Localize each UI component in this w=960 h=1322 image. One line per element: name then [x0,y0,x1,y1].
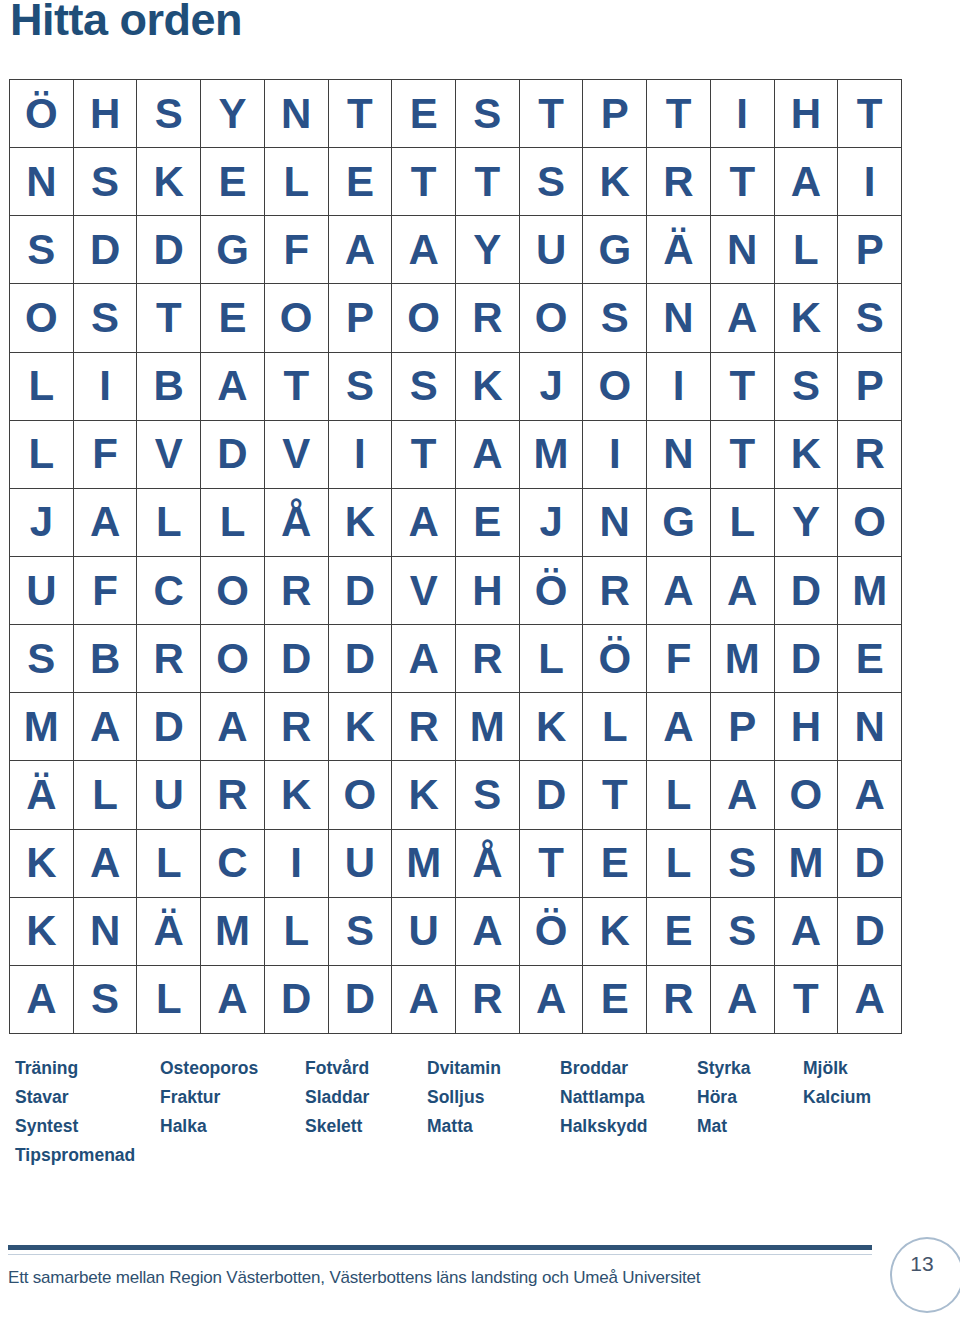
grid-cell: R [264,692,328,760]
grid-cell: P [837,215,901,283]
grid-cell: A [9,965,73,1033]
document-page: Hitta orden ÖHSYNTESTPTIHTNSKELETTSKRTAI… [0,0,960,1322]
word-list-column: TräningStavarSyntestTipspromenad [15,1054,135,1170]
grid-cell: D [73,215,137,283]
word-item: Sladdar [305,1083,369,1112]
grid-cell: S [136,79,200,147]
word-item: Mjölk [803,1054,871,1083]
grid-cell: J [519,352,583,420]
grid-cell: D [774,624,838,692]
grid-cell: T [264,352,328,420]
grid-cell: R [582,556,646,624]
grid-cell: G [582,215,646,283]
grid-cell: K [519,692,583,760]
grid-cell: G [646,488,710,556]
footer-divider-thin [8,1254,872,1255]
grid-cell: D [774,556,838,624]
grid-cell: V [136,420,200,488]
grid-cell: A [391,965,455,1033]
grid-cell: T [710,352,774,420]
word-item: Stavar [15,1083,135,1112]
word-list: TräningStavarSyntestTipspromenadOsteopor… [0,1054,960,1204]
grid-cell: L [136,965,200,1033]
grid-cell: Å [264,488,328,556]
grid-cell: S [582,283,646,351]
grid-cell: B [73,624,137,692]
grid-cell: R [455,283,519,351]
grid-cell: I [646,352,710,420]
word-list-column: StyrkaHöraMat [697,1054,751,1141]
page-title: Hitta orden [10,0,242,46]
grid-cell: S [710,897,774,965]
grid-cell: S [73,147,137,215]
grid-cell: M [200,897,264,965]
grid-cell: N [73,897,137,965]
grid-cell: A [646,692,710,760]
grid-cell: E [837,624,901,692]
word-list-column: DvitaminSolljusMatta [427,1054,501,1141]
grid-cell: T [519,79,583,147]
grid-cell: A [646,556,710,624]
grid-cell: U [391,897,455,965]
word-item: Träning [15,1054,135,1083]
grid-cell: S [73,965,137,1033]
grid-cell: L [264,147,328,215]
grid-cell: D [264,965,328,1033]
grid-cell: M [391,829,455,897]
grid-cell: R [455,624,519,692]
grid-cell: E [328,147,392,215]
grid-cell: U [519,215,583,283]
grid-cell: N [837,692,901,760]
grid-cell: L [200,488,264,556]
word-item: Höra [697,1083,751,1112]
grid-cell: F [646,624,710,692]
grid-cell: S [9,215,73,283]
grid-cell: L [710,488,774,556]
grid-cell: D [136,215,200,283]
grid-cell: D [328,965,392,1033]
grid-cell: Ä [136,897,200,965]
grid-cell: A [391,624,455,692]
grid-cell: K [9,897,73,965]
grid-cell: M [774,829,838,897]
grid-cell: M [455,692,519,760]
grid-cell: T [582,760,646,828]
grid-cell: D [328,556,392,624]
grid-cell: Ä [9,760,73,828]
word-item: Solljus [427,1083,501,1112]
grid-cell: O [200,624,264,692]
footer-divider [8,1245,872,1250]
grid-cell: A [455,897,519,965]
grid-cell: U [136,760,200,828]
grid-cell: J [9,488,73,556]
grid-cell: N [710,215,774,283]
grid-cell: K [582,897,646,965]
grid-cell: A [73,829,137,897]
grid-cell: S [391,352,455,420]
grid-cell: L [646,829,710,897]
grid-cell: G [200,215,264,283]
grid-cell: O [774,760,838,828]
grid-cell: D [264,624,328,692]
grid-cell: A [710,760,774,828]
grid-cell: H [455,556,519,624]
word-item: Osteoporos [160,1054,258,1083]
word-item: Syntest [15,1112,135,1141]
word-item: Dvitamin [427,1054,501,1083]
grid-cell: K [391,760,455,828]
grid-cell: P [710,692,774,760]
grid-cell: A [391,215,455,283]
word-list-column: FotvårdSladdarSkelett [305,1054,369,1141]
grid-cell: N [646,420,710,488]
word-item: Matta [427,1112,501,1141]
grid-cell: V [264,420,328,488]
grid-cell: H [774,79,838,147]
grid-cell: O [328,760,392,828]
grid-cell: R [646,965,710,1033]
grid-cell: S [455,79,519,147]
grid-cell: L [9,352,73,420]
grid-cell: L [646,760,710,828]
grid-cell: S [519,147,583,215]
grid-cell: D [837,829,901,897]
grid-cell: R [455,965,519,1033]
grid-cell: U [9,556,73,624]
grid-cell: B [136,352,200,420]
grid-cell: O [200,556,264,624]
grid-cell: Ä [646,215,710,283]
grid-cell: A [455,420,519,488]
grid-cell: R [391,692,455,760]
grid-cell: K [774,283,838,351]
grid-cell: L [9,420,73,488]
word-list-column: BroddarNattlampaHalkskydd [560,1054,648,1141]
grid-cell: E [646,897,710,965]
grid-cell: T [391,420,455,488]
word-list-column: OsteoporosFrakturHalka [160,1054,258,1141]
grid-cell: S [73,283,137,351]
grid-cell: R [264,556,328,624]
grid-cell: M [519,420,583,488]
grid-cell: A [328,215,392,283]
grid-cell: T [136,283,200,351]
grid-cell: Ö [582,624,646,692]
grid-cell: O [582,352,646,420]
grid-cell: K [328,692,392,760]
grid-cell: S [328,352,392,420]
grid-cell: T [710,147,774,215]
grid-cell: S [837,283,901,351]
word-item: Nattlampa [560,1083,648,1112]
grid-cell: D [837,897,901,965]
grid-cell: H [73,79,137,147]
grid-cell: E [200,147,264,215]
grid-cell: A [710,283,774,351]
grid-cell: A [73,488,137,556]
word-item: Skelett [305,1112,369,1141]
word-item: Fotvård [305,1054,369,1083]
grid-cell: T [455,147,519,215]
grid-cell: A [200,692,264,760]
grid-cell: N [582,488,646,556]
grid-cell: T [646,79,710,147]
word-item: Mat [697,1112,751,1141]
grid-cell: A [837,965,901,1033]
grid-cell: Y [200,79,264,147]
grid-cell: C [136,556,200,624]
grid-cell: R [136,624,200,692]
grid-cell: R [646,147,710,215]
grid-cell: R [837,420,901,488]
word-item: Halkskydd [560,1112,648,1141]
grid-cell: S [9,624,73,692]
word-item: Fraktur [160,1083,258,1112]
grid-cell: E [200,283,264,351]
grid-cell: O [519,283,583,351]
grid-cell: E [391,79,455,147]
grid-cell: K [774,420,838,488]
grid-cell: P [328,283,392,351]
grid-cell: L [582,692,646,760]
grid-cell: O [264,283,328,351]
grid-cell: S [774,352,838,420]
grid-cell: A [774,897,838,965]
page-number-badge: 13 [890,1237,960,1313]
grid-cell: K [264,760,328,828]
grid-cell: S [328,897,392,965]
grid-cell: S [710,829,774,897]
grid-cell: I [710,79,774,147]
grid-cell: E [582,829,646,897]
grid-cell: O [837,488,901,556]
grid-cell: A [391,488,455,556]
grid-cell: C [200,829,264,897]
word-item: Tipspromenad [15,1141,135,1170]
grid-cell: D [519,760,583,828]
grid-cell: A [200,965,264,1033]
word-item: Broddar [560,1054,648,1083]
grid-cell: K [582,147,646,215]
word-search-grid: ÖHSYNTESTPTIHTNSKELETTSKRTAISDDGFAAYUGÄN… [9,79,902,1034]
grid-cell: I [582,420,646,488]
grid-cell: I [328,420,392,488]
grid-cell: R [200,760,264,828]
grid-cell: E [582,965,646,1033]
grid-cell: N [646,283,710,351]
grid-cell: F [73,556,137,624]
grid-cell: T [710,420,774,488]
grid-cell: J [519,488,583,556]
grid-cell: K [136,147,200,215]
grid-cell: N [264,79,328,147]
grid-cell: A [73,692,137,760]
grid-cell: P [837,352,901,420]
word-item: Styrka [697,1054,751,1083]
grid-cell: M [837,556,901,624]
grid-cell: T [774,965,838,1033]
grid-cell: Ö [519,897,583,965]
word-item: Kalcium [803,1083,871,1112]
grid-cell: I [837,147,901,215]
grid-cell: D [328,624,392,692]
word-list-column: MjölkKalcium [803,1054,871,1112]
grid-cell: Ö [9,79,73,147]
grid-cell: L [136,488,200,556]
grid-cell: M [9,692,73,760]
grid-cell: T [328,79,392,147]
grid-cell: L [73,760,137,828]
grid-cell: A [710,965,774,1033]
grid-cell: I [73,352,137,420]
grid-cell: F [73,420,137,488]
grid-cell: A [774,147,838,215]
grid-cell: Ö [519,556,583,624]
page-number: 13 [910,1252,933,1276]
grid-cell: E [455,488,519,556]
grid-cell: L [774,215,838,283]
grid-cell: Y [455,215,519,283]
grid-cell: M [710,624,774,692]
grid-cell: O [9,283,73,351]
grid-cell: K [9,829,73,897]
grid-cell: A [710,556,774,624]
grid-cell: I [264,829,328,897]
grid-cell: P [582,79,646,147]
grid-cell: F [264,215,328,283]
grid-cell: K [328,488,392,556]
grid-cell: A [519,965,583,1033]
grid-cell: S [455,760,519,828]
grid-cell: D [136,692,200,760]
grid-cell: V [391,556,455,624]
grid-cell: A [837,760,901,828]
grid-cell: O [391,283,455,351]
grid-cell: T [519,829,583,897]
grid-cell: L [519,624,583,692]
word-item: Halka [160,1112,258,1141]
grid-cell: U [328,829,392,897]
grid-cell: K [455,352,519,420]
footer-text: Ett samarbete mellan Region Västerbotten… [8,1268,700,1288]
grid-cell: L [136,829,200,897]
grid-cell: N [9,147,73,215]
grid-cell: D [200,420,264,488]
grid-cell: Å [455,829,519,897]
grid-cell: H [774,692,838,760]
grid-cell: T [391,147,455,215]
grid-cell: Y [774,488,838,556]
grid-cell: T [837,79,901,147]
grid-cell: A [200,352,264,420]
grid-cell: L [264,897,328,965]
